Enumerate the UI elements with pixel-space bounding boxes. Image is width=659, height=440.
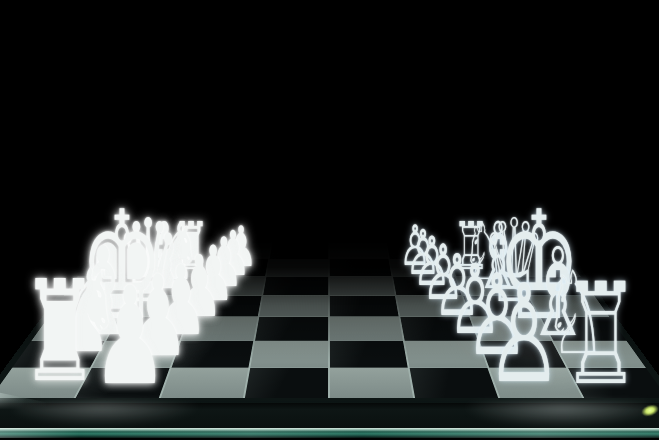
glass-front-edge: [0, 428, 659, 438]
black-rook-h8[interactable]: ♖: [562, 265, 640, 405]
white-pawn-h2[interactable]: ♟: [92, 269, 167, 404]
chess-photo-scene: ♜♞♝♚♛♝♞♜♟♟♟♟♟♟♟♟♖♘♗♔♕♗♘♖♙♙♙♙♙♙♙♙: [0, 0, 659, 440]
glass-edge-streaks: [0, 428, 659, 438]
white-rook-h1[interactable]: ♜: [21, 262, 99, 402]
black-pawn-h7[interactable]: ♙: [486, 267, 561, 402]
